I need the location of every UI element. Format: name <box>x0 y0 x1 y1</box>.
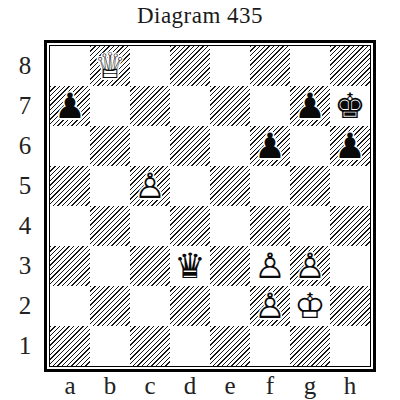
square-d1 <box>170 326 210 366</box>
rank-label-7: 7 <box>12 86 38 126</box>
piece-black-pawn: ♟ <box>50 86 90 126</box>
square-f1 <box>250 326 290 366</box>
square-a7: ♟ <box>50 86 90 126</box>
file-label-b: b <box>90 372 130 398</box>
square-e7 <box>210 86 250 126</box>
square-c3 <box>130 246 170 286</box>
square-f6: ♟ <box>250 126 290 166</box>
piece-black-king: ♚ <box>330 86 370 126</box>
square-b4 <box>90 206 130 246</box>
square-c6 <box>130 126 170 166</box>
square-b1 <box>90 326 130 366</box>
piece-white-pawn: ♟♙ <box>130 166 170 206</box>
piece-white-queen: ♛♕ <box>90 46 130 86</box>
square-d8 <box>170 46 210 86</box>
square-g8 <box>290 46 330 86</box>
square-a6 <box>50 126 90 166</box>
square-f3: ♟♙ <box>250 246 290 286</box>
square-c1 <box>130 326 170 366</box>
square-c8 <box>130 46 170 86</box>
square-e1 <box>210 326 250 366</box>
square-a2 <box>50 286 90 326</box>
piece-white-pawn: ♟♙ <box>250 246 290 286</box>
square-b5 <box>90 166 130 206</box>
square-e6 <box>210 126 250 166</box>
square-g4 <box>290 206 330 246</box>
file-label-c: c <box>130 372 170 398</box>
rank-label-2: 2 <box>12 286 38 326</box>
square-b2 <box>90 286 130 326</box>
square-f7 <box>250 86 290 126</box>
square-g2: ♚♔ <box>290 286 330 326</box>
square-b8: ♛♕ <box>90 46 130 86</box>
rank-label-4: 4 <box>12 206 38 246</box>
square-b7 <box>90 86 130 126</box>
piece-white-pawn: ♟♙ <box>290 246 330 286</box>
square-c2 <box>130 286 170 326</box>
square-h8 <box>330 46 370 86</box>
square-g7: ♟ <box>290 86 330 126</box>
board-frame: ♛♕♟♟♚♟♟♟♙♛♟♙♟♙♟♙♚♔ <box>44 40 376 372</box>
square-d2 <box>170 286 210 326</box>
square-c5: ♟♙ <box>130 166 170 206</box>
square-g3: ♟♙ <box>290 246 330 286</box>
piece-black-pawn: ♟ <box>250 126 290 166</box>
rank-label-3: 3 <box>12 246 38 286</box>
square-c7 <box>130 86 170 126</box>
square-a8 <box>50 46 90 86</box>
rank-label-6: 6 <box>12 126 38 166</box>
square-h5 <box>330 166 370 206</box>
rank-label-5: 5 <box>12 166 38 206</box>
square-d7 <box>170 86 210 126</box>
square-a4 <box>50 206 90 246</box>
file-label-g: g <box>290 372 330 398</box>
diagram-title: Diagram 435 <box>0 3 400 29</box>
square-d4 <box>170 206 210 246</box>
file-label-h: h <box>330 372 370 398</box>
rank-label-1: 1 <box>12 326 38 366</box>
square-h7: ♚ <box>330 86 370 126</box>
square-h6: ♟ <box>330 126 370 166</box>
piece-white-king: ♚♔ <box>290 286 330 326</box>
square-e3 <box>210 246 250 286</box>
file-label-a: a <box>50 372 90 398</box>
square-a1 <box>50 326 90 366</box>
square-g6 <box>290 126 330 166</box>
piece-black-pawn: ♟ <box>330 126 370 166</box>
square-b6 <box>90 126 130 166</box>
square-e4 <box>210 206 250 246</box>
square-c4 <box>130 206 170 246</box>
rank-label-8: 8 <box>12 46 38 86</box>
square-a5 <box>50 166 90 206</box>
square-d5 <box>170 166 210 206</box>
square-h3 <box>330 246 370 286</box>
square-h1 <box>330 326 370 366</box>
square-a3 <box>50 246 90 286</box>
square-d6 <box>170 126 210 166</box>
square-f5 <box>250 166 290 206</box>
file-label-e: e <box>210 372 250 398</box>
piece-black-pawn: ♟ <box>290 86 330 126</box>
piece-black-queen: ♛ <box>170 246 210 286</box>
square-h2 <box>330 286 370 326</box>
square-e2 <box>210 286 250 326</box>
file-labels: abcdefgh <box>50 372 370 398</box>
square-f4 <box>250 206 290 246</box>
diagram-page: Diagram 435 87654321 ♛♕♟♟♚♟♟♟♙♛♟♙♟♙♟♙♚♔ … <box>0 0 400 400</box>
square-e8 <box>210 46 250 86</box>
square-f8 <box>250 46 290 86</box>
square-g1 <box>290 326 330 366</box>
square-b3 <box>90 246 130 286</box>
file-label-d: d <box>170 372 210 398</box>
square-d3: ♛ <box>170 246 210 286</box>
square-g5 <box>290 166 330 206</box>
square-e5 <box>210 166 250 206</box>
piece-white-pawn: ♟♙ <box>250 286 290 326</box>
file-label-f: f <box>250 372 290 398</box>
square-h4 <box>330 206 370 246</box>
square-f2: ♟♙ <box>250 286 290 326</box>
chess-board: ♛♕♟♟♚♟♟♟♙♛♟♙♟♙♟♙♚♔ <box>49 45 371 367</box>
rank-labels: 87654321 <box>12 46 38 366</box>
